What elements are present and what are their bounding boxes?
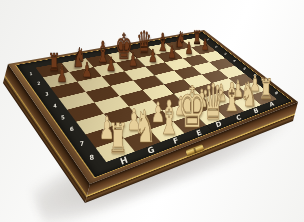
chess-set-photo: 1122334455667788HGFEDCBA ♜♞♝♚♛♝♞♜♟♟♟♟♟♟♟… [0, 0, 304, 222]
clasp-latch [193, 147, 197, 153]
